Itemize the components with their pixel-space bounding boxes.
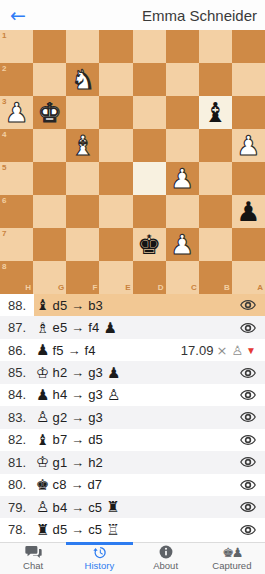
square-d8[interactable]: D <box>133 261 166 294</box>
move-row[interactable]: 84.♟h4 → g3♙ <box>0 384 265 406</box>
square-d3[interactable] <box>133 96 166 129</box>
chat-icon <box>25 545 42 559</box>
square-h4[interactable]: 4 <box>0 129 33 162</box>
move-text: h2 → g3 <box>52 365 103 380</box>
move-piece-icon: ♟ <box>36 341 49 359</box>
move-row-right <box>240 367 256 379</box>
square-e5[interactable] <box>99 162 132 195</box>
eval-down-arrow-icon: ▼ <box>246 345 256 356</box>
move-row-right <box>240 456 256 468</box>
move-text: c8 → d7 <box>52 477 102 492</box>
square-h5[interactable]: 5 <box>0 162 33 195</box>
file-label-b: B <box>224 284 230 292</box>
square-h7[interactable]: 7 <box>0 228 33 261</box>
move-row-right <box>240 389 256 401</box>
square-f7[interactable] <box>66 228 99 261</box>
move-piece-icon: ♟ <box>36 386 49 404</box>
move-piece-icon: ♔ <box>36 364 49 382</box>
eye-icon[interactable] <box>240 479 256 491</box>
square-g8[interactable]: G <box>33 261 66 294</box>
white-pawn[interactable]: ♟ <box>4 99 28 126</box>
move-content: ♝b7 → d5 <box>34 429 265 451</box>
file-label-h: H <box>25 284 31 292</box>
eye-icon[interactable] <box>240 434 256 446</box>
square-d6[interactable] <box>133 195 166 228</box>
eye-icon[interactable] <box>240 524 256 536</box>
tab-history-label: History <box>85 560 115 571</box>
move-text: g2 → g3 <box>52 410 103 425</box>
move-number: 82. <box>0 429 34 451</box>
square-a1[interactable] <box>232 30 265 63</box>
square-f1[interactable] <box>66 30 99 63</box>
rank-label-6: 6 <box>2 197 6 205</box>
file-label-a: A <box>257 284 263 292</box>
tab-captured[interactable]: ♚♟ Captured <box>199 543 265 574</box>
move-row-right <box>240 322 256 334</box>
square-c8[interactable]: C <box>166 261 199 294</box>
square-d4[interactable] <box>133 129 166 162</box>
move-row-right <box>240 524 256 536</box>
square-g4[interactable] <box>33 129 66 162</box>
move-content: ♟f5 → f417.09× ♙▼ <box>34 339 265 361</box>
white-king[interactable]: ♚ <box>38 99 62 126</box>
move-number: 85. <box>0 361 34 383</box>
tab-chat-label: Chat <box>23 560 43 571</box>
square-c4[interactable] <box>166 129 199 162</box>
move-row-right <box>240 501 256 513</box>
square-b2[interactable] <box>199 63 232 96</box>
file-label-f: F <box>92 284 97 292</box>
move-number: 86. <box>0 339 34 361</box>
tab-bar: Chat History About ♚♟ Captured <box>0 542 265 574</box>
square-h3[interactable]: 3♟ <box>0 96 33 129</box>
file-label-d: D <box>158 284 164 292</box>
captured-piece-icon: ♖ <box>106 521 119 539</box>
square-b4[interactable] <box>199 129 232 162</box>
black-bishop[interactable]: ♝ <box>203 99 227 126</box>
square-e8[interactable]: E <box>99 261 132 294</box>
eye-icon[interactable] <box>240 501 256 513</box>
square-a3[interactable] <box>232 96 265 129</box>
square-e3[interactable] <box>99 96 132 129</box>
square-f8[interactable]: F <box>66 261 99 294</box>
square-b8[interactable]: B <box>199 261 232 294</box>
move-content: ♟h4 → g3♙ <box>34 384 265 406</box>
move-piece-icon: ♝ <box>36 431 49 449</box>
move-text: d5 → b3 <box>52 298 103 313</box>
square-c3[interactable] <box>166 96 199 129</box>
move-number: 83. <box>0 406 34 428</box>
square-g5[interactable] <box>33 162 66 195</box>
move-row-right <box>240 434 256 446</box>
square-d2[interactable] <box>133 63 166 96</box>
white-pawn[interactable]: ♟ <box>236 132 260 159</box>
move-row[interactable]: 83.♙g2 → g3 <box>0 406 265 428</box>
move-number: 88. <box>0 294 34 316</box>
move-text: g1 → h2 <box>52 455 103 470</box>
move-piece-icon: ♙ <box>36 408 49 426</box>
move-content: ♙b4 → c5♜ <box>34 496 265 518</box>
tab-about-label: About <box>153 560 178 571</box>
move-text: d5 → c5 <box>52 522 102 537</box>
eye-icon[interactable] <box>240 456 256 468</box>
square-g7[interactable] <box>33 228 66 261</box>
move-text: f5 → f4 <box>52 343 95 358</box>
eval-unit: × ♙ <box>216 343 243 358</box>
rank-label-7: 7 <box>2 230 6 238</box>
white-knight[interactable]: ♞ <box>71 66 95 93</box>
move-content: ♜d5 → c5♖ <box>34 518 265 540</box>
move-row[interactable]: 85.♔h2 → g3♟ <box>0 361 265 383</box>
square-c2[interactable] <box>166 63 199 96</box>
square-f6[interactable] <box>66 195 99 228</box>
square-b3[interactable]: ♝ <box>199 96 232 129</box>
move-piece-icon: ♝ <box>36 296 49 314</box>
move-row-right: 17.09× ♙▼ <box>181 343 256 358</box>
move-content: ♝d5 → b3 <box>34 294 265 316</box>
move-row[interactable]: 87.♗e5 → f4♟ <box>0 316 265 338</box>
eval-value: 17.09 <box>181 343 214 358</box>
move-piece-icon: ♚ <box>36 476 49 494</box>
square-a2[interactable] <box>232 63 265 96</box>
move-piece-icon: ♙ <box>36 498 49 516</box>
square-h2[interactable]: 2 <box>0 63 33 96</box>
captured-piece-icon: ♙ <box>107 386 120 404</box>
history-icon <box>92 545 107 559</box>
square-c7[interactable]: ♟ <box>166 228 199 261</box>
move-row[interactable]: 78.♜d5 → c5♖ <box>0 518 265 540</box>
square-g2[interactable] <box>33 63 66 96</box>
move-row-right <box>240 299 256 311</box>
move-number: 78. <box>0 518 34 540</box>
move-content: ♚c8 → d7 <box>34 474 265 496</box>
eye-icon[interactable] <box>240 322 256 334</box>
file-label-c: C <box>191 284 197 292</box>
square-h8[interactable]: 8H <box>0 261 33 294</box>
move-row[interactable]: 86.♟f5 → f417.09× ♙▼ <box>0 339 265 361</box>
move-row[interactable]: 80.♚c8 → d7 <box>0 474 265 496</box>
rank-label-8: 8 <box>2 263 6 271</box>
rank-label-1: 1 <box>2 32 6 40</box>
move-piece-icon: ♜ <box>36 521 49 539</box>
eye-icon[interactable] <box>240 389 256 401</box>
move-piece-icon: ♗ <box>36 319 49 337</box>
square-b1[interactable] <box>199 30 232 63</box>
move-content: ♔h2 → g3♟ <box>34 361 265 383</box>
file-label-g: G <box>58 284 64 292</box>
eye-icon[interactable] <box>240 299 256 311</box>
white-pawn[interactable]: ♟ <box>170 165 194 192</box>
move-number: 87. <box>0 316 34 338</box>
move-row[interactable]: 79.♙b4 → c5♜ <box>0 496 265 518</box>
square-g3[interactable]: ♚ <box>33 96 66 129</box>
square-f4[interactable]: ♝ <box>66 129 99 162</box>
header: ← Emma Schneider <box>0 0 265 30</box>
square-d7[interactable]: ♚ <box>133 228 166 261</box>
move-text: h4 → g3 <box>52 387 103 402</box>
move-content: ♔g1 → h2 <box>34 451 265 473</box>
move-text: b4 → c5 <box>52 500 102 515</box>
captured-pieces-icon: ♚♟ <box>222 545 241 559</box>
opponent-name-title: Emma Schneider <box>142 7 257 24</box>
square-e6[interactable] <box>99 195 132 228</box>
move-row-right <box>240 411 256 423</box>
square-a8[interactable]: A <box>232 261 265 294</box>
tab-about[interactable]: About <box>133 543 199 574</box>
square-e1[interactable] <box>99 30 132 63</box>
square-c1[interactable] <box>166 30 199 63</box>
move-row-right <box>240 479 256 491</box>
move-number: 79. <box>0 496 34 518</box>
move-number: 80. <box>0 474 34 496</box>
file-label-e: E <box>125 284 130 292</box>
move-number: 81. <box>0 451 34 473</box>
square-b7[interactable] <box>199 228 232 261</box>
info-icon <box>159 545 173 559</box>
white-bishop[interactable]: ♝ <box>71 132 95 159</box>
back-arrow-icon[interactable]: ← <box>10 6 26 25</box>
captured-piece-icon: ♜ <box>106 498 119 516</box>
captured-piece-icon: ♟ <box>103 319 116 337</box>
square-b6[interactable] <box>199 195 232 228</box>
square-d5[interactable] <box>133 162 166 195</box>
move-row[interactable]: 82.♝b7 → d5 <box>0 429 265 451</box>
move-row[interactable]: 81.♔g1 → h2 <box>0 451 265 473</box>
square-c5[interactable]: ♟ <box>166 162 199 195</box>
square-a6[interactable]: ♟ <box>232 195 265 228</box>
square-c6[interactable] <box>166 195 199 228</box>
rank-label-2: 2 <box>2 65 6 73</box>
square-a5[interactable] <box>232 162 265 195</box>
square-f2[interactable]: ♞ <box>66 63 99 96</box>
move-history-list: 88.♝d5 → b387.♗e5 → f4♟86.♟f5 → f417.09×… <box>0 294 265 541</box>
black-king[interactable]: ♚ <box>137 231 161 258</box>
move-content: ♗e5 → f4♟ <box>34 316 265 338</box>
move-text: e5 → f4 <box>52 320 99 335</box>
square-a4[interactable]: ♟ <box>232 129 265 162</box>
black-pawn[interactable]: ♟ <box>236 198 260 225</box>
white-pawn[interactable]: ♟ <box>170 231 194 258</box>
move-row[interactable]: 88.♝d5 → b3 <box>0 294 265 316</box>
square-h1[interactable]: 1 <box>0 30 33 63</box>
tab-chat[interactable]: Chat <box>0 543 66 574</box>
square-e7[interactable] <box>99 228 132 261</box>
move-content: ♙g2 → g3 <box>34 406 265 428</box>
eye-icon[interactable] <box>240 367 256 379</box>
rank-label-5: 5 <box>2 164 6 172</box>
active-tab-indicator <box>66 542 132 545</box>
chess-board: 12♞3♟♚♝4♝♟5♟6♟7♚♟8HGFEDCBA <box>0 30 265 294</box>
square-e4[interactable] <box>99 129 132 162</box>
rank-label-4: 4 <box>2 131 6 139</box>
eye-icon[interactable] <box>240 411 256 423</box>
square-g6[interactable] <box>33 195 66 228</box>
move-piece-icon: ♔ <box>36 453 49 471</box>
square-a7[interactable] <box>232 228 265 261</box>
captured-piece-icon: ♟ <box>107 364 120 382</box>
square-f5[interactable] <box>66 162 99 195</box>
tab-history[interactable]: History <box>66 543 132 574</box>
square-f3[interactable] <box>66 96 99 129</box>
square-e2[interactable] <box>99 63 132 96</box>
square-b5[interactable] <box>199 162 232 195</box>
square-g1[interactable] <box>33 30 66 63</box>
move-text: b7 → d5 <box>52 432 103 447</box>
square-d1[interactable] <box>133 30 166 63</box>
square-h6[interactable]: 6 <box>0 195 33 228</box>
move-number: 84. <box>0 384 34 406</box>
tab-captured-label: Captured <box>212 560 251 571</box>
